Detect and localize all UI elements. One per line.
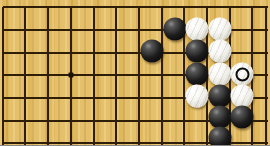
black-stone [186,40,209,63]
white-stone [208,63,231,86]
go-app-screenshot [0,0,270,145]
white-stone [231,63,254,86]
black-stone [208,127,231,146]
white-stone-shell-texture [208,63,231,86]
star-point [68,73,73,78]
white-stone-shell-texture [208,40,231,63]
white-stone-shell-texture [208,18,231,41]
black-stone [141,40,164,63]
white-stone [208,40,231,63]
white-stone [186,18,209,41]
last-move-marker-circle [235,67,249,81]
go-board[interactable] [0,0,270,145]
white-stone-shell-texture [186,85,209,108]
white-stone-shell-texture [186,18,209,41]
black-stone [208,105,231,128]
grid-horizontal-line [3,6,268,8]
black-stone [163,18,186,41]
black-stone [231,105,254,128]
black-stone [186,63,209,86]
white-stone [208,18,231,41]
white-stone [186,85,209,108]
